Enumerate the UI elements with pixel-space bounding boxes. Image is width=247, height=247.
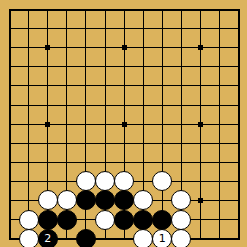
- white-stone: [171, 190, 191, 210]
- intersection-8-10[interactable]: [153, 191, 172, 210]
- intersection-0-2[interactable]: [0, 38, 19, 57]
- black-stone: [133, 210, 153, 230]
- intersection-1-2[interactable]: [19, 38, 38, 57]
- intersection-9-9[interactable]: [172, 172, 191, 191]
- intersection-0-1[interactable]: [0, 19, 19, 38]
- white-stone: [19, 210, 39, 230]
- intersection-9-4[interactable]: [172, 76, 191, 95]
- black-stone: 2: [38, 229, 58, 247]
- intersection-2-8[interactable]: [38, 153, 57, 172]
- intersection-10-10[interactable]: [191, 191, 210, 210]
- intersection-10-0[interactable]: [191, 0, 210, 19]
- intersection-12-0[interactable]: [229, 0, 247, 19]
- intersection-10-8[interactable]: [191, 153, 210, 172]
- intersection-6-7[interactable]: [115, 134, 134, 153]
- board-grid: 21: [0, 0, 247, 247]
- intersection-8-0[interactable]: [153, 0, 172, 19]
- intersection-8-5[interactable]: [153, 95, 172, 114]
- intersection-3-6[interactable]: [57, 115, 76, 134]
- black-stone: [114, 190, 134, 210]
- intersection-0-5[interactable]: [0, 95, 19, 114]
- white-stone: [95, 171, 115, 191]
- intersection-4-0[interactable]: [76, 0, 95, 19]
- intersection-1-9[interactable]: [19, 172, 38, 191]
- intersection-10-5[interactable]: [191, 95, 210, 114]
- intersection-11-10[interactable]: [210, 191, 229, 210]
- white-stone: 1: [152, 229, 172, 247]
- intersection-5-12[interactable]: [95, 229, 114, 247]
- intersection-2-9[interactable]: [38, 172, 57, 191]
- intersection-8-4[interactable]: [153, 76, 172, 95]
- white-stone: [114, 171, 134, 191]
- move-number-label: 2: [44, 233, 51, 244]
- intersection-10-12[interactable]: [191, 229, 210, 247]
- intersection-1-8[interactable]: [19, 153, 38, 172]
- intersection-10-2[interactable]: [191, 38, 210, 57]
- intersection-8-12[interactable]: 1: [153, 229, 172, 247]
- white-stone: [95, 210, 115, 230]
- intersection-4-6[interactable]: [76, 115, 95, 134]
- intersection-4-9[interactable]: [76, 172, 95, 191]
- intersection-8-2[interactable]: [153, 38, 172, 57]
- intersection-2-5[interactable]: [38, 95, 57, 114]
- intersection-4-11[interactable]: [76, 210, 95, 229]
- intersection-0-4[interactable]: [0, 76, 19, 95]
- intersection-1-11[interactable]: [19, 210, 38, 229]
- intersection-8-1[interactable]: [153, 19, 172, 38]
- intersection-9-5[interactable]: [172, 95, 191, 114]
- black-stone: [95, 190, 115, 210]
- intersection-0-11[interactable]: [0, 210, 19, 229]
- intersection-7-2[interactable]: [134, 38, 153, 57]
- intersection-6-0[interactable]: [115, 0, 134, 19]
- intersection-1-3[interactable]: [19, 57, 38, 76]
- intersection-6-8[interactable]: [115, 153, 134, 172]
- intersection-7-12[interactable]: [134, 229, 153, 247]
- intersection-11-7[interactable]: [210, 134, 229, 153]
- intersection-0-9[interactable]: [0, 172, 19, 191]
- intersection-11-8[interactable]: [210, 153, 229, 172]
- intersection-3-12[interactable]: [57, 229, 76, 247]
- intersection-2-1[interactable]: [38, 19, 57, 38]
- intersection-4-4[interactable]: [76, 76, 95, 95]
- intersection-7-3[interactable]: [134, 57, 153, 76]
- intersection-6-5[interactable]: [115, 95, 134, 114]
- intersection-3-5[interactable]: [57, 95, 76, 114]
- intersection-10-4[interactable]: [191, 76, 210, 95]
- intersection-8-9[interactable]: [153, 172, 172, 191]
- intersection-8-11[interactable]: [153, 210, 172, 229]
- intersection-4-1[interactable]: [76, 19, 95, 38]
- intersection-12-9[interactable]: [229, 172, 247, 191]
- intersection-2-3[interactable]: [38, 57, 57, 76]
- intersection-12-12[interactable]: [229, 229, 247, 247]
- intersection-6-2[interactable]: [115, 38, 134, 57]
- intersection-1-7[interactable]: [19, 134, 38, 153]
- intersection-1-4[interactable]: [19, 76, 38, 95]
- intersection-9-7[interactable]: [172, 134, 191, 153]
- white-stone: [152, 171, 172, 191]
- intersection-0-6[interactable]: [0, 115, 19, 134]
- intersection-4-2[interactable]: [76, 38, 95, 57]
- white-stone: [133, 190, 153, 210]
- intersection-4-3[interactable]: [76, 57, 95, 76]
- intersection-9-8[interactable]: [172, 153, 191, 172]
- intersection-4-5[interactable]: [76, 95, 95, 114]
- intersection-10-7[interactable]: [191, 134, 210, 153]
- intersection-5-4[interactable]: [95, 76, 114, 95]
- intersection-12-6[interactable]: [229, 115, 247, 134]
- black-stone: [76, 190, 96, 210]
- intersection-0-7[interactable]: [0, 134, 19, 153]
- intersection-5-0[interactable]: [95, 0, 114, 19]
- intersection-5-6[interactable]: [95, 115, 114, 134]
- intersection-1-1[interactable]: [19, 19, 38, 38]
- intersection-6-10[interactable]: [115, 191, 134, 210]
- intersection-9-2[interactable]: [172, 38, 191, 57]
- intersection-5-10[interactable]: [95, 191, 114, 210]
- intersection-6-6[interactable]: [115, 115, 134, 134]
- intersection-7-11[interactable]: [134, 210, 153, 229]
- intersection-11-5[interactable]: [210, 95, 229, 114]
- intersection-8-3[interactable]: [153, 57, 172, 76]
- intersection-6-4[interactable]: [115, 76, 134, 95]
- white-stone: [57, 190, 77, 210]
- intersection-2-0[interactable]: [38, 0, 57, 19]
- intersection-10-9[interactable]: [191, 172, 210, 191]
- intersection-10-6[interactable]: [191, 115, 210, 134]
- black-stone: [152, 210, 172, 230]
- intersection-7-8[interactable]: [134, 153, 153, 172]
- intersection-11-9[interactable]: [210, 172, 229, 191]
- white-stone: [133, 229, 153, 247]
- black-stone: [38, 210, 58, 230]
- white-stone: [38, 190, 58, 210]
- intersection-0-8[interactable]: [0, 153, 19, 172]
- intersection-11-6[interactable]: [210, 115, 229, 134]
- intersection-0-12[interactable]: [0, 229, 19, 247]
- intersection-0-3[interactable]: [0, 57, 19, 76]
- intersection-7-6[interactable]: [134, 115, 153, 134]
- intersection-5-1[interactable]: [95, 19, 114, 38]
- intersection-6-9[interactable]: [115, 172, 134, 191]
- intersection-4-10[interactable]: [76, 191, 95, 210]
- intersection-8-7[interactable]: [153, 134, 172, 153]
- intersection-8-6[interactable]: [153, 115, 172, 134]
- intersection-3-11[interactable]: [57, 210, 76, 229]
- intersection-4-7[interactable]: [76, 134, 95, 153]
- intersection-5-7[interactable]: [95, 134, 114, 153]
- intersection-1-12[interactable]: [19, 229, 38, 247]
- intersection-11-3[interactable]: [210, 57, 229, 76]
- black-stone: [57, 210, 77, 230]
- intersection-1-0[interactable]: [19, 0, 38, 19]
- intersection-12-1[interactable]: [229, 19, 247, 38]
- intersection-1-5[interactable]: [19, 95, 38, 114]
- intersection-12-7[interactable]: [229, 134, 247, 153]
- intersection-0-0[interactable]: [0, 0, 19, 19]
- intersection-4-8[interactable]: [76, 153, 95, 172]
- white-stone: [19, 229, 39, 247]
- intersection-10-3[interactable]: [191, 57, 210, 76]
- intersection-9-3[interactable]: [172, 57, 191, 76]
- intersection-12-4[interactable]: [229, 76, 247, 95]
- intersection-12-11[interactable]: [229, 210, 247, 229]
- intersection-2-12[interactable]: 2: [38, 229, 57, 247]
- white-stone: [171, 210, 191, 230]
- intersection-3-3[interactable]: [57, 57, 76, 76]
- intersection-9-0[interactable]: [172, 0, 191, 19]
- intersection-7-7[interactable]: [134, 134, 153, 153]
- intersection-6-11[interactable]: [115, 210, 134, 229]
- intersection-2-11[interactable]: [38, 210, 57, 229]
- intersection-6-3[interactable]: [115, 57, 134, 76]
- intersection-12-3[interactable]: [229, 57, 247, 76]
- intersection-5-2[interactable]: [95, 38, 114, 57]
- intersection-3-1[interactable]: [57, 19, 76, 38]
- intersection-2-4[interactable]: [38, 76, 57, 95]
- intersection-9-12[interactable]: [172, 229, 191, 247]
- intersection-5-3[interactable]: [95, 57, 114, 76]
- intersection-7-4[interactable]: [134, 76, 153, 95]
- intersection-2-2[interactable]: [38, 38, 57, 57]
- intersection-1-6[interactable]: [19, 115, 38, 134]
- intersection-11-0[interactable]: [210, 0, 229, 19]
- intersection-3-7[interactable]: [57, 134, 76, 153]
- intersection-3-2[interactable]: [57, 38, 76, 57]
- intersection-7-10[interactable]: [134, 191, 153, 210]
- intersection-3-10[interactable]: [57, 191, 76, 210]
- intersection-5-9[interactable]: [95, 172, 114, 191]
- intersection-11-4[interactable]: [210, 76, 229, 95]
- intersection-12-5[interactable]: [229, 95, 247, 114]
- intersection-5-11[interactable]: [95, 210, 114, 229]
- intersection-11-11[interactable]: [210, 210, 229, 229]
- go-board: 21: [0, 0, 247, 247]
- intersection-6-12[interactable]: [115, 229, 134, 247]
- intersection-7-1[interactable]: [134, 19, 153, 38]
- intersection-7-5[interactable]: [134, 95, 153, 114]
- intersection-2-7[interactable]: [38, 134, 57, 153]
- move-number-label: 1: [159, 233, 166, 244]
- white-stone: [171, 229, 191, 247]
- intersection-1-10[interactable]: [19, 191, 38, 210]
- intersection-12-10[interactable]: [229, 191, 247, 210]
- intersection-2-10[interactable]: [38, 191, 57, 210]
- intersection-3-4[interactable]: [57, 76, 76, 95]
- intersection-11-12[interactable]: [210, 229, 229, 247]
- intersection-3-8[interactable]: [57, 153, 76, 172]
- intersection-6-1[interactable]: [115, 19, 134, 38]
- intersection-10-1[interactable]: [191, 19, 210, 38]
- intersection-5-8[interactable]: [95, 153, 114, 172]
- intersection-2-6[interactable]: [38, 115, 57, 134]
- intersection-9-6[interactable]: [172, 115, 191, 134]
- intersection-4-12[interactable]: [76, 229, 95, 247]
- intersection-9-10[interactable]: [172, 191, 191, 210]
- intersection-8-8[interactable]: [153, 153, 172, 172]
- intersection-11-2[interactable]: [210, 38, 229, 57]
- white-stone: [76, 171, 96, 191]
- intersection-5-5[interactable]: [95, 95, 114, 114]
- intersection-7-9[interactable]: [134, 172, 153, 191]
- black-stone: [114, 210, 134, 230]
- intersection-10-11[interactable]: [191, 210, 210, 229]
- intersection-9-11[interactable]: [172, 210, 191, 229]
- intersection-3-0[interactable]: [57, 0, 76, 19]
- intersection-0-10[interactable]: [0, 191, 19, 210]
- intersection-12-8[interactable]: [229, 153, 247, 172]
- intersection-12-2[interactable]: [229, 38, 247, 57]
- intersection-7-0[interactable]: [134, 0, 153, 19]
- intersection-11-1[interactable]: [210, 19, 229, 38]
- intersection-9-1[interactable]: [172, 19, 191, 38]
- intersection-3-9[interactable]: [57, 172, 76, 191]
- black-stone: [76, 229, 96, 247]
